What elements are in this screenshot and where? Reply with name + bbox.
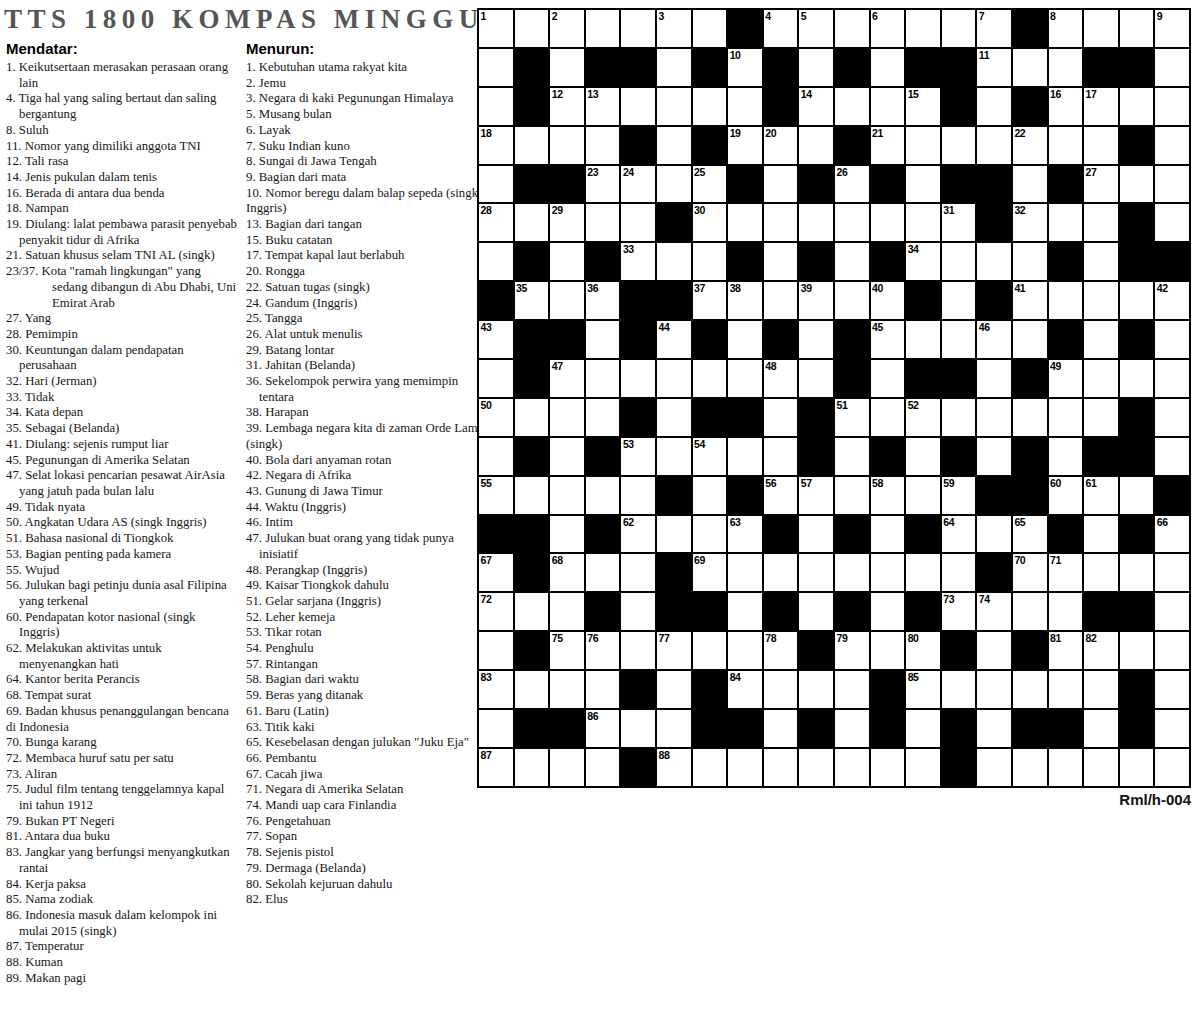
cell-r18c9[interactable]: [764, 671, 798, 708]
cell-r6c5[interactable]: [621, 204, 655, 241]
cell-r11c14[interactable]: [942, 399, 976, 436]
cell-number: 36: [587, 282, 598, 294]
cell-r16c16[interactable]: [1013, 593, 1047, 630]
cell-r8c4[interactable]: 36: [586, 282, 620, 319]
cell-r6c9[interactable]: [764, 204, 798, 241]
cell-r1c10[interactable]: 5: [799, 10, 833, 47]
cell-number: 46: [979, 321, 990, 333]
cell-r10c7[interactable]: [693, 360, 727, 397]
cell-r12c6[interactable]: [657, 438, 691, 475]
cell-r4c18[interactable]: [1084, 127, 1118, 164]
cell-r17c5[interactable]: [621, 632, 655, 669]
cell-r20c17[interactable]: [1049, 749, 1083, 786]
cell-r3c1[interactable]: [479, 88, 513, 125]
cell-r8c20[interactable]: 42: [1155, 282, 1189, 319]
cell-r2c12[interactable]: [871, 49, 905, 86]
cell-r13c19[interactable]: [1120, 477, 1154, 514]
cell-r18c11[interactable]: [835, 671, 869, 708]
cell-r16c5[interactable]: [621, 593, 655, 630]
cell-r4c8[interactable]: 19: [728, 127, 762, 164]
cell-r1c4[interactable]: [586, 10, 620, 47]
cell-r15c3[interactable]: 68: [550, 554, 584, 591]
cell-r5c7[interactable]: 25: [693, 166, 727, 203]
cell-r19c15[interactable]: [977, 710, 1011, 747]
cell-r18c16[interactable]: [1013, 671, 1047, 708]
cell-r9c12[interactable]: 45: [871, 321, 905, 358]
cell-r12c5[interactable]: 53: [621, 438, 655, 475]
cell-r8c10[interactable]: 39: [799, 282, 833, 319]
cell-r7c13[interactable]: 34: [906, 243, 940, 280]
cell-r4c1[interactable]: 18: [479, 127, 513, 164]
cell-r18c14[interactable]: [942, 671, 976, 708]
cell-r19c9[interactable]: [764, 710, 798, 747]
cell-r4c16[interactable]: 22: [1013, 127, 1047, 164]
cell-r9c10[interactable]: [799, 321, 833, 358]
black-cell-r5c2: [515, 166, 549, 203]
cell-r9c14[interactable]: [942, 321, 976, 358]
cell-r9c16[interactable]: [1013, 321, 1047, 358]
cell-r5c5[interactable]: 24: [621, 166, 655, 203]
black-cell-r19c16: [1013, 710, 1047, 747]
cell-r4c15[interactable]: [977, 127, 1011, 164]
cell-r7c5[interactable]: 33: [621, 243, 655, 280]
cell-r13c14[interactable]: 59: [942, 477, 976, 514]
cell-r15c10[interactable]: [799, 554, 833, 591]
cell-r8c17[interactable]: [1049, 282, 1083, 319]
cell-r20c9[interactable]: [764, 749, 798, 786]
cell-r6c12[interactable]: [871, 204, 905, 241]
cell-r14c6[interactable]: [657, 516, 691, 553]
cell-r14c14[interactable]: 64: [942, 516, 976, 553]
cell-r14c10[interactable]: [799, 516, 833, 553]
cell-r17c20[interactable]: [1155, 632, 1189, 669]
cell-r20c20[interactable]: [1155, 749, 1189, 786]
cell-r20c3[interactable]: [550, 749, 584, 786]
cell-r9c6[interactable]: 44: [657, 321, 691, 358]
cell-r11c17[interactable]: [1049, 399, 1083, 436]
cell-r10c5[interactable]: [621, 360, 655, 397]
cell-r17c15[interactable]: [977, 632, 1011, 669]
cell-r13c2[interactable]: [515, 477, 549, 514]
cell-r4c6[interactable]: [657, 127, 691, 164]
clue-across-19: 19. Diulang: lalat pembawa parasit penye…: [6, 217, 238, 248]
cell-r1c18[interactable]: [1084, 10, 1118, 47]
cell-r2c15[interactable]: 11: [977, 49, 1011, 86]
cell-r17c12[interactable]: [871, 632, 905, 669]
cell-r7c18[interactable]: [1084, 243, 1118, 280]
cell-r14c7[interactable]: [693, 516, 727, 553]
cell-r15c12[interactable]: [871, 554, 905, 591]
cell-r20c11[interactable]: [835, 749, 869, 786]
cell-r19c1[interactable]: [479, 710, 513, 747]
cell-r20c15[interactable]: [977, 749, 1011, 786]
cell-r7c3[interactable]: [550, 243, 584, 280]
cell-r18c1[interactable]: 83: [479, 671, 513, 708]
cell-r15c19[interactable]: [1120, 554, 1154, 591]
cell-r14c20[interactable]: 66: [1155, 516, 1189, 553]
cell-r10c20[interactable]: [1155, 360, 1189, 397]
cell-r4c12[interactable]: 21: [871, 127, 905, 164]
cell-r4c14[interactable]: [942, 127, 976, 164]
cell-r4c3[interactable]: [550, 127, 584, 164]
cell-r6c7[interactable]: 30: [693, 204, 727, 241]
cell-r11c16[interactable]: [1013, 399, 1047, 436]
cell-r4c17[interactable]: [1049, 127, 1083, 164]
cell-r13c11[interactable]: [835, 477, 869, 514]
cell-r18c13[interactable]: 85: [906, 671, 940, 708]
cell-r3c12[interactable]: [871, 88, 905, 125]
cell-r1c7[interactable]: [693, 10, 727, 47]
cell-r19c18[interactable]: [1084, 710, 1118, 747]
cell-r20c16[interactable]: [1013, 749, 1047, 786]
cell-r3c11[interactable]: [835, 88, 869, 125]
cell-r10c17[interactable]: 49: [1049, 360, 1083, 397]
cell-r20c1[interactable]: 87: [479, 749, 513, 786]
cell-r5c6[interactable]: [657, 166, 691, 203]
clue-across-14: 14. Jenis pukulan dalam tenis: [6, 170, 238, 186]
cell-r5c20[interactable]: [1155, 166, 1189, 203]
cell-r20c4[interactable]: [586, 749, 620, 786]
cell-r11c3[interactable]: [550, 399, 584, 436]
cell-r9c18[interactable]: [1084, 321, 1118, 358]
cell-r1c20[interactable]: 9: [1155, 10, 1189, 47]
cell-r17c1[interactable]: [479, 632, 513, 669]
cell-r1c5[interactable]: [621, 10, 655, 47]
cell-r8c19[interactable]: [1120, 282, 1154, 319]
cell-r10c3[interactable]: 47: [550, 360, 584, 397]
cell-r6c3[interactable]: 29: [550, 204, 584, 241]
cell-r20c6[interactable]: 88: [657, 749, 691, 786]
cell-r2c17[interactable]: [1049, 49, 1083, 86]
cell-r6c13[interactable]: [906, 204, 940, 241]
cell-r6c18[interactable]: [1084, 204, 1118, 241]
cell-r19c20[interactable]: [1155, 710, 1189, 747]
cell-r3c4[interactable]: 13: [586, 88, 620, 125]
cell-r14c5[interactable]: 62: [621, 516, 655, 553]
cell-r8c3[interactable]: [550, 282, 584, 319]
cell-r10c18[interactable]: [1084, 360, 1118, 397]
cell-r1c3[interactable]: 2: [550, 10, 584, 47]
cell-r1c11[interactable]: [835, 10, 869, 47]
cell-r13c10[interactable]: 57: [799, 477, 833, 514]
cell-r5c13[interactable]: [906, 166, 940, 203]
cell-r1c13[interactable]: [906, 10, 940, 47]
cell-r12c11[interactable]: [835, 438, 869, 475]
cell-r11c2[interactable]: [515, 399, 549, 436]
cell-r13c12[interactable]: 58: [871, 477, 905, 514]
cell-r2c20[interactable]: [1155, 49, 1189, 86]
cell-r2c16[interactable]: [1013, 49, 1047, 86]
cell-r18c3[interactable]: [550, 671, 584, 708]
cell-r13c13[interactable]: [906, 477, 940, 514]
cell-r11c9[interactable]: [764, 399, 798, 436]
cell-r11c15[interactable]: [977, 399, 1011, 436]
cell-r16c10[interactable]: [799, 593, 833, 630]
cell-r11c13[interactable]: 52: [906, 399, 940, 436]
cell-r10c10[interactable]: [799, 360, 833, 397]
cell-r16c2[interactable]: [515, 593, 549, 630]
cell-r12c13[interactable]: [906, 438, 940, 475]
cell-r13c18[interactable]: 61: [1084, 477, 1118, 514]
cell-r17c7[interactable]: [693, 632, 727, 669]
cell-r4c13[interactable]: [906, 127, 940, 164]
cell-r19c6[interactable]: [657, 710, 691, 747]
cell-r10c19[interactable]: [1120, 360, 1154, 397]
cell-r6c17[interactable]: [1049, 204, 1083, 241]
cell-r3c15[interactable]: [977, 88, 1011, 125]
cell-r5c18[interactable]: 27: [1084, 166, 1118, 203]
cell-r18c8[interactable]: 84: [728, 671, 762, 708]
cell-r18c20[interactable]: [1155, 671, 1189, 708]
cell-r5c11[interactable]: 26: [835, 166, 869, 203]
cell-r11c20[interactable]: [1155, 399, 1189, 436]
black-cell-r13c15: [977, 477, 1011, 514]
cell-r20c8[interactable]: [728, 749, 762, 786]
cell-r19c5[interactable]: [621, 710, 655, 747]
cell-r2c8[interactable]: 10: [728, 49, 762, 86]
cell-r16c8[interactable]: [728, 593, 762, 630]
cell-number: 66: [1157, 516, 1168, 528]
cell-r12c8[interactable]: [728, 438, 762, 475]
cell-r20c10[interactable]: [799, 749, 833, 786]
cell-r7c6[interactable]: [657, 243, 691, 280]
cell-r17c19[interactable]: [1120, 632, 1154, 669]
cell-r15c11[interactable]: [835, 554, 869, 591]
cell-r6c2[interactable]: [515, 204, 549, 241]
cell-r15c13[interactable]: [906, 554, 940, 591]
cell-r4c20[interactable]: [1155, 127, 1189, 164]
cell-r5c16[interactable]: [1013, 166, 1047, 203]
cell-r1c9[interactable]: 4: [764, 10, 798, 47]
clue-across-84: 84. Kerja paksa: [6, 877, 238, 893]
cell-r2c3[interactable]: [550, 49, 584, 86]
cell-r5c4[interactable]: 23: [586, 166, 620, 203]
cell-r17c18[interactable]: 82: [1084, 632, 1118, 669]
cell-r1c14[interactable]: [942, 10, 976, 47]
cell-r17c11[interactable]: 79: [835, 632, 869, 669]
cell-r11c6[interactable]: [657, 399, 691, 436]
cell-r6c4[interactable]: [586, 204, 620, 241]
cell-r13c4[interactable]: [586, 477, 620, 514]
cell-r17c17[interactable]: 81: [1049, 632, 1083, 669]
cell-r7c7[interactable]: [693, 243, 727, 280]
cell-r6c10[interactable]: [799, 204, 833, 241]
cell-r3c13[interactable]: 15: [906, 88, 940, 125]
cell-r3c5[interactable]: [621, 88, 655, 125]
cell-r15c4[interactable]: [586, 554, 620, 591]
cell-r8c7[interactable]: 37: [693, 282, 727, 319]
cell-r13c3[interactable]: [550, 477, 584, 514]
cell-r16c20[interactable]: [1155, 593, 1189, 630]
cell-r3c19[interactable]: [1120, 88, 1154, 125]
cell-r3c3[interactable]: 12: [550, 88, 584, 125]
cell-r2c1[interactable]: [479, 49, 513, 86]
cell-r11c1[interactable]: 50: [479, 399, 513, 436]
cell-r20c7[interactable]: [693, 749, 727, 786]
cell-r20c19[interactable]: [1120, 749, 1154, 786]
cell-r15c20[interactable]: [1155, 554, 1189, 591]
cell-r11c12[interactable]: [871, 399, 905, 436]
cell-r4c2[interactable]: [515, 127, 549, 164]
cell-r16c17[interactable]: [1049, 593, 1083, 630]
cell-r15c9[interactable]: [764, 554, 798, 591]
cell-r3c7[interactable]: [693, 88, 727, 125]
cell-r6c11[interactable]: [835, 204, 869, 241]
cell-r11c11[interactable]: 51: [835, 399, 869, 436]
cell-r15c18[interactable]: [1084, 554, 1118, 591]
cell-r2c10[interactable]: [799, 49, 833, 86]
cell-r16c14[interactable]: 73: [942, 593, 976, 630]
cell-r3c10[interactable]: 14: [799, 88, 833, 125]
cell-r18c4[interactable]: [586, 671, 620, 708]
cell-r10c8[interactable]: [728, 360, 762, 397]
cell-r9c13[interactable]: [906, 321, 940, 358]
cell-number: 65: [1014, 516, 1025, 528]
cell-r7c1[interactable]: [479, 243, 513, 280]
cell-r2c6[interactable]: [657, 49, 691, 86]
cell-r20c18[interactable]: [1084, 749, 1118, 786]
black-cell-r6c6: [657, 204, 691, 241]
cell-r12c7[interactable]: 54: [693, 438, 727, 475]
cell-r3c18[interactable]: 17: [1084, 88, 1118, 125]
cell-r16c3[interactable]: [550, 593, 584, 630]
cell-r10c4[interactable]: [586, 360, 620, 397]
cell-r12c9[interactable]: [764, 438, 798, 475]
cell-r15c8[interactable]: [728, 554, 762, 591]
cell-r14c8[interactable]: 63: [728, 516, 762, 553]
cell-r11c4[interactable]: [586, 399, 620, 436]
cell-r7c11[interactable]: [835, 243, 869, 280]
cell-r17c4[interactable]: 76: [586, 632, 620, 669]
cell-r7c16[interactable]: [1013, 243, 1047, 280]
clue-down-71: 71. Negara di Amerika Selatan: [246, 782, 484, 798]
cell-r4c4[interactable]: [586, 127, 620, 164]
cell-r13c17[interactable]: 60: [1049, 477, 1083, 514]
cell-r14c15[interactable]: [977, 516, 1011, 553]
cell-r1c15[interactable]: 7: [977, 10, 1011, 47]
cell-r4c9[interactable]: 20: [764, 127, 798, 164]
cell-r9c1[interactable]: 43: [479, 321, 513, 358]
cell-r15c5[interactable]: [621, 554, 655, 591]
cell-r9c20[interactable]: [1155, 321, 1189, 358]
cell-r7c9[interactable]: [764, 243, 798, 280]
cell-r20c12[interactable]: [871, 749, 905, 786]
cell-r8c9[interactable]: [764, 282, 798, 319]
cell-r17c13[interactable]: 80: [906, 632, 940, 669]
cell-r1c12[interactable]: 6: [871, 10, 905, 47]
cell-r17c6[interactable]: 77: [657, 632, 691, 669]
cell-r12c3[interactable]: [550, 438, 584, 475]
cell-r18c17[interactable]: [1049, 671, 1083, 708]
cell-r18c10[interactable]: [799, 671, 833, 708]
cell-r15c16[interactable]: 70: [1013, 554, 1047, 591]
cell-r3c6[interactable]: [657, 88, 691, 125]
cell-r5c19[interactable]: [1120, 166, 1154, 203]
cell-r15c7[interactable]: 69: [693, 554, 727, 591]
cell-r8c2[interactable]: 35: [515, 282, 549, 319]
cell-r15c1[interactable]: 67: [479, 554, 513, 591]
cell-r10c9[interactable]: 48: [764, 360, 798, 397]
cell-r8c11[interactable]: [835, 282, 869, 319]
cell-r14c3[interactable]: [550, 516, 584, 553]
cell-r17c8[interactable]: [728, 632, 762, 669]
cell-r8c8[interactable]: 38: [728, 282, 762, 319]
cell-r8c12[interactable]: 40: [871, 282, 905, 319]
cell-r1c17[interactable]: 8: [1049, 10, 1083, 47]
clue-across-50: 50. Angkatan Udara AS (singk Inggris): [6, 515, 238, 531]
cell-r20c2[interactable]: [515, 749, 549, 786]
cell-r1c6[interactable]: 3: [657, 10, 691, 47]
cell-r6c1[interactable]: 28: [479, 204, 513, 241]
cell-r19c13[interactable]: [906, 710, 940, 747]
cell-r18c2[interactable]: [515, 671, 549, 708]
cell-r4c10[interactable]: [799, 127, 833, 164]
cell-r11c18[interactable]: [1084, 399, 1118, 436]
cell-r9c4[interactable]: [586, 321, 620, 358]
cell-r20c13[interactable]: [906, 749, 940, 786]
cell-r5c9[interactable]: [764, 166, 798, 203]
cell-r15c14[interactable]: [942, 554, 976, 591]
cell-r7c14[interactable]: [942, 243, 976, 280]
cell-r17c3[interactable]: 75: [550, 632, 584, 669]
cell-r13c7[interactable]: [693, 477, 727, 514]
cell-r18c6[interactable]: [657, 671, 691, 708]
cell-r10c1[interactable]: [479, 360, 513, 397]
cell-r13c5[interactable]: [621, 477, 655, 514]
cell-r16c1[interactable]: 72: [479, 593, 513, 630]
cell-r13c9[interactable]: 56: [764, 477, 798, 514]
cell-r10c12[interactable]: [871, 360, 905, 397]
cell-r6c14[interactable]: 31: [942, 204, 976, 241]
cell-r12c1[interactable]: [479, 438, 513, 475]
cell-r3c8[interactable]: [728, 88, 762, 125]
cell-r13c1[interactable]: 55: [479, 477, 513, 514]
cell-r6c16[interactable]: 32: [1013, 204, 1047, 241]
black-cell-r15c2: [515, 554, 549, 591]
cell-r12c17[interactable]: [1049, 438, 1083, 475]
cell-r14c18[interactable]: [1084, 516, 1118, 553]
cell-r6c8[interactable]: [728, 204, 762, 241]
cell-r12c20[interactable]: [1155, 438, 1189, 475]
cell-r12c15[interactable]: [977, 438, 1011, 475]
cell-r10c6[interactable]: [657, 360, 691, 397]
cell-r14c16[interactable]: 65: [1013, 516, 1047, 553]
cell-r14c12[interactable]: [871, 516, 905, 553]
cell-r3c17[interactable]: 16: [1049, 88, 1083, 125]
cell-r17c9[interactable]: 78: [764, 632, 798, 669]
cell-r3c20[interactable]: [1155, 88, 1189, 125]
cell-r8c18[interactable]: [1084, 282, 1118, 319]
cell-r16c12[interactable]: [871, 593, 905, 630]
cell-r15c17[interactable]: 71: [1049, 554, 1083, 591]
cell-r1c19[interactable]: [1120, 10, 1154, 47]
cell-r8c16[interactable]: 41: [1013, 282, 1047, 319]
cell-r18c15[interactable]: [977, 671, 1011, 708]
cell-r16c15[interactable]: 74: [977, 593, 1011, 630]
cell-r5c1[interactable]: [479, 166, 513, 203]
cell-r7c15[interactable]: [977, 243, 1011, 280]
cell-r1c2[interactable]: [515, 10, 549, 47]
cell-r9c8[interactable]: [728, 321, 762, 358]
cell-r6c20[interactable]: [1155, 204, 1189, 241]
cell-r19c4[interactable]: 86: [586, 710, 620, 747]
cell-r19c11[interactable]: [835, 710, 869, 747]
cell-r18c18[interactable]: [1084, 671, 1118, 708]
cell-r1c1[interactable]: 1: [479, 10, 513, 47]
cell-r10c15[interactable]: [977, 360, 1011, 397]
cell-r8c14[interactable]: [942, 282, 976, 319]
cell-r9c15[interactable]: 46: [977, 321, 1011, 358]
